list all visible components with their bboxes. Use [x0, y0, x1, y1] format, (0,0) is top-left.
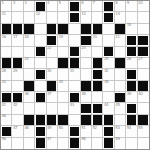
white-cell[interactable]: [47, 12, 58, 23]
clue-number: 12: [36, 12, 40, 16]
white-cell[interactable]: [115, 115, 126, 126]
clue-number: 42: [13, 103, 17, 107]
white-cell[interactable]: 58: [81, 138, 92, 149]
white-cell[interactable]: 47: [12, 126, 23, 137]
clue-number: 39: [127, 92, 131, 96]
clue-number: 51: [81, 126, 85, 130]
white-cell[interactable]: [12, 138, 23, 149]
white-cell[interactable]: [35, 24, 46, 35]
white-cell[interactable]: [69, 35, 80, 46]
clue-number: 20: [93, 35, 97, 39]
clue-number: 58: [81, 137, 85, 141]
white-cell[interactable]: [58, 138, 69, 149]
black-cell: [81, 103, 92, 114]
clue-number: 46: [2, 114, 6, 118]
black-cell: [69, 1, 80, 12]
black-cell: [103, 47, 114, 58]
white-cell[interactable]: 36: [24, 92, 35, 103]
black-cell: [103, 138, 114, 149]
black-cell: [103, 115, 114, 126]
white-cell[interactable]: [24, 47, 35, 58]
clue-number: 28: [2, 69, 6, 73]
black-cell: [58, 115, 69, 126]
clue-number: 41: [2, 103, 6, 107]
white-cell[interactable]: 15: [126, 24, 137, 35]
clue-number: 17: [13, 35, 17, 39]
white-cell[interactable]: [1, 47, 12, 58]
black-cell: [35, 47, 46, 58]
black-cell: [138, 81, 149, 92]
black-cell: [115, 58, 126, 69]
white-cell[interactable]: [115, 69, 126, 80]
white-cell[interactable]: 43: [69, 103, 80, 114]
clue-number: 40: [138, 92, 142, 96]
clue-number: 49: [47, 126, 51, 130]
black-cell: [92, 24, 103, 35]
white-cell[interactable]: 54: [126, 126, 137, 137]
white-cell[interactable]: [35, 35, 46, 46]
clue-number: 11: [2, 12, 6, 16]
white-cell[interactable]: 26: [126, 58, 137, 69]
black-cell: [35, 69, 46, 80]
black-cell: [81, 81, 92, 92]
black-cell: [35, 138, 46, 149]
clue-number: 2: [13, 1, 15, 5]
clue-number: 15: [127, 23, 131, 27]
clue-number: 59: [115, 137, 119, 141]
white-cell[interactable]: 42: [12, 103, 23, 114]
white-cell[interactable]: 7: [92, 1, 103, 12]
white-cell[interactable]: 33: [1, 81, 12, 92]
clue-number: 8: [115, 1, 117, 5]
white-cell[interactable]: 41: [1, 103, 12, 114]
white-cell[interactable]: 28: [1, 69, 12, 80]
clue-number: 9: [127, 1, 129, 5]
white-cell[interactable]: [92, 12, 103, 23]
clue-number: 52: [93, 126, 97, 130]
white-cell[interactable]: [58, 92, 69, 103]
white-cell[interactable]: 13: [81, 12, 92, 23]
clue-number: 50: [58, 126, 62, 130]
black-cell: [12, 58, 23, 69]
black-cell: [126, 47, 137, 58]
white-cell[interactable]: [12, 12, 23, 23]
clue-number: 26: [127, 57, 131, 61]
clue-number: 3: [24, 1, 26, 5]
white-cell[interactable]: 27: [138, 58, 149, 69]
black-cell: [69, 126, 80, 137]
black-cell: [92, 103, 103, 114]
clue-number: 45: [115, 103, 119, 107]
white-cell[interactable]: 8: [115, 1, 126, 12]
white-cell[interactable]: [138, 103, 149, 114]
clue-number: 47: [13, 126, 17, 130]
white-cell[interactable]: 49: [47, 126, 58, 137]
black-cell: [69, 92, 80, 103]
black-cell: [1, 126, 12, 137]
black-cell: [1, 24, 12, 35]
black-cell: [24, 24, 35, 35]
white-cell[interactable]: [103, 92, 114, 103]
black-cell: [115, 92, 126, 103]
clue-number: 48: [24, 126, 28, 130]
white-cell[interactable]: [69, 115, 80, 126]
white-cell[interactable]: 39: [126, 92, 137, 103]
white-cell[interactable]: [92, 47, 103, 58]
white-cell[interactable]: [103, 24, 114, 35]
clue-number: 53: [115, 126, 119, 130]
clue-number: 56: [2, 137, 6, 141]
black-cell: [92, 69, 103, 80]
black-cell: [47, 24, 58, 35]
clue-number: 14: [115, 12, 119, 16]
clue-number: 23: [81, 46, 85, 50]
white-cell[interactable]: 12: [35, 12, 46, 23]
white-cell[interactable]: 10: [138, 1, 149, 12]
white-cell[interactable]: [58, 47, 69, 58]
clue-number: 16: [2, 35, 6, 39]
white-cell[interactable]: 2: [12, 1, 23, 12]
white-cell[interactable]: [69, 81, 80, 92]
white-cell[interactable]: 21: [115, 35, 126, 46]
white-cell[interactable]: 3: [24, 1, 35, 12]
white-cell[interactable]: 59: [115, 138, 126, 149]
clue-number: 21: [115, 35, 119, 39]
clue-number: 35: [104, 80, 108, 84]
white-cell[interactable]: 9: [126, 1, 137, 12]
black-cell: [138, 47, 149, 58]
clue-number: 34: [58, 80, 62, 84]
clue-number: 30: [47, 69, 51, 73]
white-cell[interactable]: 5: [58, 1, 69, 12]
black-cell: [115, 24, 126, 35]
clue-number: 18: [24, 35, 28, 39]
white-cell[interactable]: [92, 92, 103, 103]
black-cell: [81, 35, 92, 46]
clue-number: 33: [2, 80, 6, 84]
white-cell[interactable]: [58, 12, 69, 23]
white-cell[interactable]: 19: [58, 35, 69, 46]
white-cell[interactable]: 53: [115, 126, 126, 137]
white-cell[interactable]: [24, 103, 35, 114]
white-cell[interactable]: [35, 103, 46, 114]
white-cell[interactable]: [138, 138, 149, 149]
black-cell: [126, 115, 137, 126]
clue-number: 4: [47, 1, 49, 5]
white-cell[interactable]: [69, 24, 80, 35]
white-cell[interactable]: 40: [138, 92, 149, 103]
black-cell: [1, 58, 12, 69]
black-cell: [81, 115, 92, 126]
white-cell[interactable]: [58, 103, 69, 114]
clue-number: 31: [70, 69, 74, 73]
white-cell[interactable]: 30: [47, 69, 58, 80]
white-cell[interactable]: 55: [138, 126, 149, 137]
clue-number: 7: [93, 1, 95, 5]
black-cell: [103, 126, 114, 137]
white-cell[interactable]: [81, 58, 92, 69]
white-cell[interactable]: [138, 69, 149, 80]
white-cell[interactable]: 1: [1, 1, 12, 12]
black-cell: [47, 35, 58, 46]
black-cell: [126, 35, 137, 46]
white-cell[interactable]: 18: [24, 35, 35, 46]
clue-number: 24: [24, 57, 28, 61]
white-cell[interactable]: 17: [12, 35, 23, 46]
white-cell[interactable]: 57: [47, 138, 58, 149]
white-cell[interactable]: [47, 103, 58, 114]
white-cell[interactable]: [24, 12, 35, 23]
white-cell[interactable]: 16: [1, 35, 12, 46]
white-cell[interactable]: 50: [58, 126, 69, 137]
white-cell[interactable]: 37: [47, 92, 58, 103]
white-cell[interactable]: 45: [115, 103, 126, 114]
clue-number: 54: [127, 126, 131, 130]
white-cell[interactable]: 29: [12, 69, 23, 80]
black-cell: [47, 115, 58, 126]
white-cell[interactable]: [103, 35, 114, 46]
white-cell[interactable]: 51: [81, 126, 92, 137]
black-cell: [58, 24, 69, 35]
black-cell: [81, 24, 92, 35]
black-cell: [69, 47, 80, 58]
clue-number: 55: [138, 126, 142, 130]
white-cell[interactable]: [12, 115, 23, 126]
white-cell[interactable]: [126, 138, 137, 149]
black-cell: [58, 58, 69, 69]
white-cell[interactable]: [92, 138, 103, 149]
black-cell: [12, 24, 23, 35]
black-cell: [35, 1, 46, 12]
white-cell[interactable]: [24, 69, 35, 80]
black-cell: [35, 92, 46, 103]
white-cell[interactable]: [47, 58, 58, 69]
white-cell[interactable]: [24, 138, 35, 149]
black-cell: [24, 81, 35, 92]
clue-number: 29: [13, 69, 17, 73]
white-cell[interactable]: 38: [81, 92, 92, 103]
white-cell[interactable]: 6: [81, 1, 92, 12]
black-cell: [24, 115, 35, 126]
clue-number: 36: [24, 92, 28, 96]
clue-number: 5: [58, 1, 60, 5]
black-cell: [69, 138, 80, 149]
black-cell: [69, 58, 80, 69]
white-cell[interactable]: 24: [24, 58, 35, 69]
black-cell: [1, 92, 12, 103]
black-cell: [126, 103, 137, 114]
clue-number: 22: [47, 46, 51, 50]
white-cell[interactable]: 22: [47, 47, 58, 58]
white-cell[interactable]: 52: [92, 126, 103, 137]
black-cell: [103, 12, 114, 23]
clue-number: 10: [138, 1, 142, 5]
white-cell[interactable]: 32: [103, 69, 114, 80]
black-cell: [138, 115, 149, 126]
black-cell: [12, 92, 23, 103]
white-cell[interactable]: [81, 69, 92, 80]
clue-number: 44: [104, 103, 108, 107]
white-cell[interactable]: 25: [103, 58, 114, 69]
white-cell[interactable]: 48: [24, 126, 35, 137]
black-cell: [138, 35, 149, 46]
black-cell: [35, 115, 46, 126]
white-cell[interactable]: 56: [1, 138, 12, 149]
clue-number: 43: [70, 103, 74, 107]
clue-number: 57: [47, 137, 51, 141]
clue-number: 38: [81, 92, 85, 96]
black-cell: [35, 126, 46, 137]
black-cell: [92, 81, 103, 92]
clue-number: 13: [81, 12, 85, 16]
black-cell: [92, 115, 103, 126]
crossword-grid: 1234567891011121314151617181920212223242…: [0, 0, 150, 150]
clue-number: 32: [104, 69, 108, 73]
black-cell: [103, 1, 114, 12]
white-cell[interactable]: [138, 24, 149, 35]
white-cell[interactable]: [12, 47, 23, 58]
white-cell[interactable]: [126, 12, 137, 23]
white-cell[interactable]: [115, 81, 126, 92]
white-cell[interactable]: 4: [47, 1, 58, 12]
white-cell[interactable]: [115, 47, 126, 58]
clue-number: 19: [58, 35, 62, 39]
white-cell[interactable]: [35, 81, 46, 92]
black-cell: [92, 58, 103, 69]
black-cell: [69, 12, 80, 23]
clue-number: 27: [138, 57, 142, 61]
white-cell[interactable]: 11: [1, 12, 12, 23]
black-cell: [47, 81, 58, 92]
clue-number: 25: [104, 57, 108, 61]
clue-number: 1: [2, 1, 4, 5]
white-cell[interactable]: 46: [1, 115, 12, 126]
white-cell[interactable]: 34: [58, 81, 69, 92]
white-cell[interactable]: 31: [69, 69, 80, 80]
white-cell[interactable]: [12, 81, 23, 92]
white-cell[interactable]: [35, 58, 46, 69]
white-cell[interactable]: 44: [103, 103, 114, 114]
clue-number: 37: [47, 92, 51, 96]
black-cell: [126, 81, 137, 92]
white-cell[interactable]: 35: [103, 81, 114, 92]
clue-number: 6: [81, 1, 83, 5]
white-cell[interactable]: [58, 69, 69, 80]
white-cell[interactable]: 20: [92, 35, 103, 46]
white-cell[interactable]: 23: [81, 47, 92, 58]
white-cell[interactable]: 14: [115, 12, 126, 23]
white-cell[interactable]: [138, 12, 149, 23]
black-cell: [126, 69, 137, 80]
